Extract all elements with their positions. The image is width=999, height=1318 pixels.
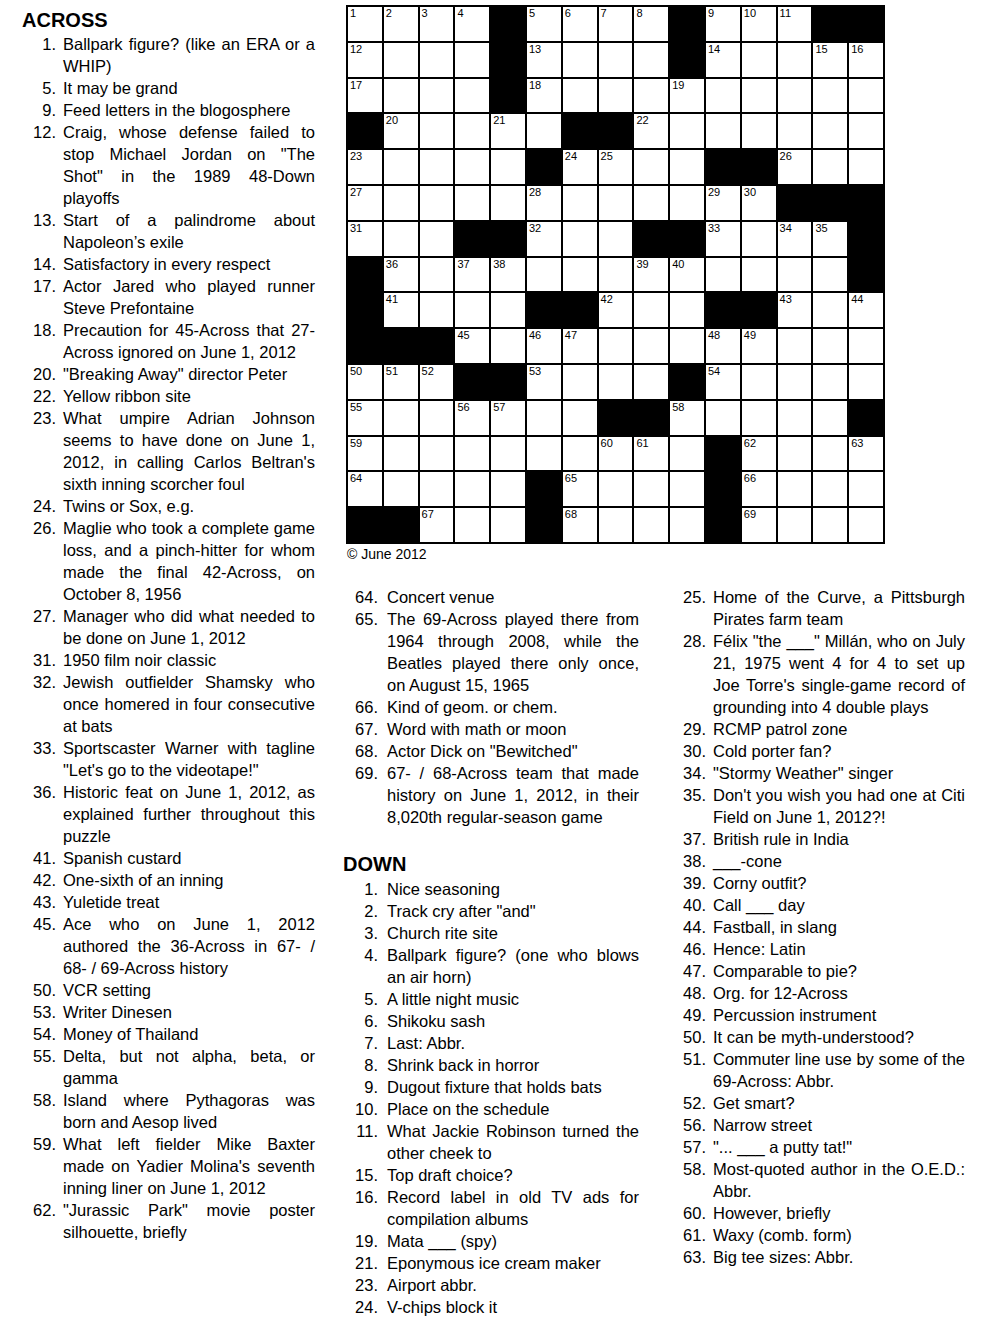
grid-cell[interactable] — [455, 293, 489, 327]
cell-number: 66 — [744, 472, 756, 485]
grid-cell[interactable]: 11 — [778, 7, 812, 41]
grid-cell[interactable] — [420, 43, 454, 77]
clue-item: 8.Shrink back in horror — [343, 1054, 641, 1076]
clue-number: 30. — [678, 740, 706, 762]
grid-cell[interactable] — [706, 401, 740, 435]
grid-cell[interactable] — [563, 437, 597, 471]
cell-number: 25 — [601, 150, 613, 163]
grid-cell[interactable] — [527, 401, 561, 435]
grid-cell[interactable] — [813, 150, 847, 184]
grid-cell[interactable] — [849, 114, 883, 148]
clue-item: 63.Big tee sizes: Abbr. — [678, 1246, 968, 1268]
black-cell — [670, 43, 704, 77]
grid-cell[interactable] — [599, 258, 633, 292]
clue-text: "Jurassic Park" movie poster silhouette,… — [63, 1199, 315, 1243]
clue-text: However, briefly — [713, 1202, 965, 1224]
grid-cell[interactable] — [670, 114, 704, 148]
grid-cell[interactable] — [455, 508, 489, 542]
grid-cell[interactable]: 41 — [384, 293, 418, 327]
grid-cell[interactable] — [813, 114, 847, 148]
cell-number: 56 — [457, 401, 469, 414]
grid-cell[interactable] — [778, 437, 812, 471]
grid-cell[interactable]: 10 — [742, 7, 776, 41]
grid-cell[interactable] — [420, 437, 454, 471]
grid-cell[interactable]: 17 — [348, 79, 382, 113]
grid-cell[interactable] — [420, 258, 454, 292]
clue-item: 26.Maglie who took a complete game loss,… — [22, 517, 318, 605]
clue-item: 3.Church rite site — [343, 922, 641, 944]
grid-cell[interactable] — [599, 79, 633, 113]
cell-number: 54 — [708, 365, 720, 378]
grid-cell[interactable] — [420, 114, 454, 148]
grid-cell[interactable] — [813, 365, 847, 399]
grid-cell[interactable] — [849, 365, 883, 399]
grid-cell[interactable]: 34 — [778, 222, 812, 256]
clue-text: Church rite site — [387, 922, 639, 944]
clue-number: 22. — [22, 385, 56, 407]
clue-item: 58.Most-quoted author in the O.E.D.: Abb… — [678, 1158, 968, 1202]
clue-number: 6. — [343, 1010, 378, 1032]
grid-cell[interactable] — [420, 222, 454, 256]
grid-cell[interactable] — [491, 150, 525, 184]
grid-cell[interactable]: 56 — [455, 401, 489, 435]
grid-cell[interactable] — [670, 293, 704, 327]
grid-cell[interactable] — [384, 186, 418, 220]
black-cell — [527, 472, 561, 506]
grid-cell[interactable] — [813, 437, 847, 471]
clue-number: 50. — [22, 979, 56, 1001]
grid-cell[interactable]: 63 — [849, 437, 883, 471]
cell-number: 6 — [565, 7, 571, 20]
clue-text: The 69-Across played there from 1964 thr… — [387, 608, 639, 696]
clue-number: 8. — [343, 1054, 378, 1076]
grid-cell[interactable]: 47 — [563, 329, 597, 363]
grid-cell[interactable] — [491, 508, 525, 542]
grid-cell[interactable] — [420, 472, 454, 506]
clue-text: Start of a palindrome about Napoleon’s e… — [63, 209, 315, 253]
grid-cell[interactable] — [778, 114, 812, 148]
clue-number: 40. — [678, 894, 706, 916]
grid-cell[interactable]: 37 — [455, 258, 489, 292]
grid-cell[interactable]: 20 — [384, 114, 418, 148]
grid-cell[interactable]: 38 — [491, 258, 525, 292]
grid-cell[interactable] — [742, 401, 776, 435]
grid-cell[interactable] — [384, 150, 418, 184]
cell-number: 30 — [744, 186, 756, 199]
grid-cell[interactable] — [634, 43, 668, 77]
grid-cell[interactable] — [849, 329, 883, 363]
grid-cell[interactable] — [599, 43, 633, 77]
grid-cell[interactable]: 28 — [527, 186, 561, 220]
black-cell — [634, 222, 668, 256]
grid-cell[interactable]: 8 — [634, 7, 668, 41]
black-cell — [348, 329, 382, 363]
grid-cell[interactable] — [384, 222, 418, 256]
grid-cell[interactable]: 46 — [527, 329, 561, 363]
grid-cell[interactable] — [813, 401, 847, 435]
grid-cell[interactable]: 30 — [742, 186, 776, 220]
grid-cell[interactable]: 57 — [491, 401, 525, 435]
grid-cell[interactable]: 35 — [813, 222, 847, 256]
clue-text: Actor Dick on "Bewitched" — [387, 740, 639, 762]
grid-cell[interactable] — [634, 293, 668, 327]
grid-cell[interactable] — [706, 258, 740, 292]
grid-cell[interactable] — [455, 437, 489, 471]
grid-cell[interactable] — [384, 43, 418, 77]
clue-text: Feed letters in the blogosphere — [63, 99, 315, 121]
grid-cell[interactable]: 64 — [348, 472, 382, 506]
clue-text: What left fielder Mike Baxter made on Ya… — [63, 1133, 315, 1199]
cell-number: 64 — [350, 472, 362, 485]
grid-cell[interactable] — [563, 222, 597, 256]
grid-cell[interactable] — [670, 508, 704, 542]
grid-cell[interactable] — [742, 79, 776, 113]
clue-number: 34. — [678, 762, 706, 784]
clue-item: 23.Airport abbr. — [343, 1274, 641, 1296]
grid-cell[interactable] — [384, 401, 418, 435]
clue-text: Top draft choice? — [387, 1164, 639, 1186]
grid-cell[interactable] — [778, 401, 812, 435]
clue-text: It can be myth-understood? — [713, 1026, 965, 1048]
cell-number: 3 — [422, 7, 428, 20]
grid-cell[interactable]: 40 — [670, 258, 704, 292]
grid-cell[interactable]: 7 — [599, 7, 633, 41]
clue-text: Nice seasoning — [387, 878, 639, 900]
grid-cell[interactable] — [813, 293, 847, 327]
grid-cell[interactable] — [634, 186, 668, 220]
clue-text: Félix "the ___" Millán, who on July 21, … — [713, 630, 965, 718]
clue-text: Big tee sizes: Abbr. — [713, 1246, 965, 1268]
grid-cell[interactable]: 60 — [599, 437, 633, 471]
grid-cell[interactable]: 29 — [706, 186, 740, 220]
clue-text: A little night music — [387, 988, 639, 1010]
grid-cell[interactable]: 69 — [742, 508, 776, 542]
grid-cell[interactable] — [849, 472, 883, 506]
middle-clues-column: 64.Concert venue65.The 69-Across played … — [343, 586, 641, 1318]
clue-text: Get smart? — [713, 1092, 965, 1114]
grid-cell[interactable] — [599, 472, 633, 506]
clue-item: 40.Call ___ day — [678, 894, 968, 916]
grid-cell[interactable] — [599, 365, 633, 399]
clue-text: Eponymous ice cream maker — [387, 1252, 639, 1274]
clue-number: 45. — [22, 913, 56, 979]
clue-item: 27.Manager who did what needed to be don… — [22, 605, 318, 649]
clue-text: Shrink back in horror — [387, 1054, 639, 1076]
clue-text: Call ___ day — [713, 894, 965, 916]
grid-cell[interactable]: 53 — [527, 365, 561, 399]
clue-number: 5. — [22, 77, 56, 99]
grid-cell[interactable]: 66 — [742, 472, 776, 506]
grid-cell[interactable] — [670, 437, 704, 471]
cell-number: 43 — [780, 293, 792, 306]
grid-cell[interactable]: 16 — [849, 43, 883, 77]
grid-cell[interactable] — [813, 472, 847, 506]
grid-cell[interactable] — [563, 43, 597, 77]
grid-cell[interactable] — [742, 258, 776, 292]
grid-cell[interactable]: 12 — [348, 43, 382, 77]
grid-cell[interactable] — [670, 329, 704, 363]
clue-item: 29.RCMP patrol zone — [678, 718, 968, 740]
grid-cell[interactable] — [491, 329, 525, 363]
grid-cell[interactable] — [563, 258, 597, 292]
grid-cell[interactable]: 27 — [348, 186, 382, 220]
cell-number: 14 — [708, 43, 720, 56]
grid-cell[interactable]: 65 — [563, 472, 597, 506]
grid-cell[interactable]: 39 — [634, 258, 668, 292]
black-cell — [670, 365, 704, 399]
grid-cell[interactable] — [599, 508, 633, 542]
grid-cell[interactable]: 68 — [563, 508, 597, 542]
grid-cell[interactable]: 45 — [455, 329, 489, 363]
grid-cell[interactable]: 22 — [634, 114, 668, 148]
grid-cell[interactable] — [778, 329, 812, 363]
grid-cell[interactable] — [455, 186, 489, 220]
grid-cell[interactable]: 33 — [706, 222, 740, 256]
grid-cell[interactable]: 61 — [634, 437, 668, 471]
cell-number: 2 — [386, 7, 392, 20]
grid-cell[interactable] — [813, 508, 847, 542]
grid-cell[interactable] — [527, 114, 561, 148]
grid-cell[interactable]: 51 — [384, 365, 418, 399]
cell-number: 16 — [851, 43, 863, 56]
cell-number: 61 — [636, 437, 648, 450]
grid-cell[interactable]: 19 — [670, 79, 704, 113]
clue-number: 23. — [343, 1274, 378, 1296]
clue-text: Ballpark figure? (one who blows an air h… — [387, 944, 639, 988]
grid-cell[interactable] — [384, 79, 418, 113]
grid-cell[interactable] — [778, 43, 812, 77]
black-cell — [527, 508, 561, 542]
clue-item: 51.Commuter line use by some of the 69-A… — [678, 1048, 968, 1092]
clue-text: Fastball, in slang — [713, 916, 965, 938]
grid-cell[interactable]: 44 — [849, 293, 883, 327]
clue-number: 10. — [343, 1098, 378, 1120]
clue-item: 28.Félix "the ___" Millán, who on July 2… — [678, 630, 968, 718]
grid-cell[interactable] — [849, 508, 883, 542]
grid-cell[interactable]: 42 — [599, 293, 633, 327]
grid-cell[interactable]: 59 — [348, 437, 382, 471]
down-clues-column: 25.Home of the Curve, a Pittsburgh Pirat… — [678, 586, 968, 1268]
clue-text: Historic feat on June 1, 2012, as explai… — [63, 781, 315, 847]
grid-cell[interactable]: 49 — [742, 329, 776, 363]
cell-number: 12 — [350, 43, 362, 56]
grid-cell[interactable] — [491, 293, 525, 327]
clue-text: Ballpark figure? (like an ERA or a WHIP) — [63, 33, 315, 77]
clue-item: 10.Place on the schedule — [343, 1098, 641, 1120]
clue-text: Yuletide treat — [63, 891, 315, 913]
cell-number: 4 — [457, 7, 463, 20]
black-cell — [491, 43, 525, 77]
grid-cell[interactable]: 23 — [348, 150, 382, 184]
grid-cell[interactable] — [420, 293, 454, 327]
cell-number: 60 — [601, 437, 613, 450]
grid-cell[interactable] — [599, 186, 633, 220]
grid-cell[interactable] — [706, 79, 740, 113]
clue-item: 60.However, briefly — [678, 1202, 968, 1224]
grid-cell[interactable] — [742, 365, 776, 399]
grid-cell[interactable]: 1 — [348, 7, 382, 41]
grid-cell[interactable]: 32 — [527, 222, 561, 256]
grid-cell[interactable]: 21 — [491, 114, 525, 148]
grid-cell[interactable] — [420, 79, 454, 113]
cell-number: 20 — [386, 114, 398, 127]
clue-item: 32.Jewish outfielder Shamsky who once ho… — [22, 671, 318, 737]
grid-cell[interactable] — [634, 79, 668, 113]
cell-number: 18 — [529, 79, 541, 92]
grid-cell[interactable]: 50 — [348, 365, 382, 399]
grid-cell[interactable] — [778, 472, 812, 506]
grid-cell[interactable]: 24 — [563, 150, 597, 184]
grid-cell[interactable]: 13 — [527, 43, 561, 77]
grid-cell[interactable] — [455, 43, 489, 77]
grid-cell[interactable]: 5 — [527, 7, 561, 41]
cell-number: 10 — [744, 7, 756, 20]
clue-text: Don't you wish you had one at Citi Field… — [713, 784, 965, 828]
grid-cell[interactable] — [563, 186, 597, 220]
grid-cell[interactable]: 62 — [742, 437, 776, 471]
grid-cell[interactable]: 25 — [599, 150, 633, 184]
clue-text: What Jackie Robinson turned the other ch… — [387, 1120, 639, 1164]
grid-cell[interactable] — [849, 79, 883, 113]
cell-number: 48 — [708, 329, 720, 342]
grid-cell[interactable] — [563, 401, 597, 435]
clue-text: RCMP patrol zone — [713, 718, 965, 740]
cell-number: 40 — [672, 258, 684, 271]
grid-cell[interactable]: 54 — [706, 365, 740, 399]
grid-cell[interactable]: 4 — [455, 7, 489, 41]
grid-cell[interactable] — [742, 43, 776, 77]
grid-cell[interactable]: 31 — [348, 222, 382, 256]
grid-cell[interactable]: 58 — [670, 401, 704, 435]
cell-number: 34 — [780, 222, 792, 235]
clue-item: 45.Ace who on June 1, 2012 authored the … — [22, 913, 318, 979]
clue-number: 43. — [22, 891, 56, 913]
clue-number: 37. — [678, 828, 706, 850]
clue-text: Sportscaster Warner with tagline "Let's … — [63, 737, 315, 781]
grid-cell[interactable] — [599, 222, 633, 256]
clue-text: "... ___ a putty tat!" — [713, 1136, 965, 1158]
grid-cell[interactable]: 2 — [384, 7, 418, 41]
grid-cell[interactable] — [849, 150, 883, 184]
grid-cell[interactable] — [813, 258, 847, 292]
grid-cell[interactable] — [634, 472, 668, 506]
grid-cell[interactable] — [384, 472, 418, 506]
grid-cell[interactable] — [742, 114, 776, 148]
grid-cell[interactable] — [778, 79, 812, 113]
black-cell — [670, 222, 704, 256]
clue-text: VCR setting — [63, 979, 315, 1001]
grid-cell[interactable] — [778, 365, 812, 399]
grid-cell[interactable] — [384, 437, 418, 471]
clue-number: 51. — [678, 1048, 706, 1092]
cell-number: 28 — [529, 186, 541, 199]
clue-text: Manager who did what needed to be done o… — [63, 605, 315, 649]
clue-number: 32. — [22, 671, 56, 737]
grid-cell[interactable] — [670, 186, 704, 220]
across-header: ACROSS — [22, 8, 318, 32]
grid-cell[interactable]: 43 — [778, 293, 812, 327]
cell-number: 58 — [672, 401, 684, 414]
grid-cell[interactable] — [706, 114, 740, 148]
grid-cell[interactable] — [420, 150, 454, 184]
grid-cell[interactable]: 6 — [563, 7, 597, 41]
grid-cell[interactable] — [813, 79, 847, 113]
cell-number: 69 — [744, 508, 756, 521]
grid-cell[interactable] — [634, 508, 668, 542]
grid-cell[interactable]: 3 — [420, 7, 454, 41]
clue-item: 25.Home of the Curve, a Pittsburgh Pirat… — [678, 586, 968, 630]
grid-cell[interactable]: 15 — [813, 43, 847, 77]
clue-number: 7. — [343, 1032, 378, 1054]
grid-cell[interactable] — [455, 114, 489, 148]
clue-item: 55.Delta, but not alpha, beta, or gamma — [22, 1045, 318, 1089]
grid-cell[interactable]: 18 — [527, 79, 561, 113]
grid-cell[interactable] — [634, 150, 668, 184]
grid-cell[interactable] — [527, 258, 561, 292]
clue-item: 33.Sportscaster Warner with tagline "Let… — [22, 737, 318, 781]
grid-cell[interactable] — [420, 186, 454, 220]
grid-cell[interactable]: 55 — [348, 401, 382, 435]
grid-cell[interactable] — [599, 329, 633, 363]
clue-number: 25. — [678, 586, 706, 630]
grid-cell[interactable]: 14 — [706, 43, 740, 77]
grid-cell[interactable] — [455, 150, 489, 184]
grid-cell[interactable] — [455, 472, 489, 506]
grid-cell[interactable]: 9 — [706, 7, 740, 41]
grid-cell[interactable] — [527, 437, 561, 471]
clue-text: Waxy (comb. form) — [713, 1224, 965, 1246]
cell-number: 68 — [565, 508, 577, 521]
grid-cell[interactable] — [778, 258, 812, 292]
clue-number: 52. — [678, 1092, 706, 1114]
black-cell — [491, 365, 525, 399]
grid-cell[interactable] — [491, 186, 525, 220]
cell-number: 37 — [457, 258, 469, 271]
grid-cell[interactable]: 36 — [384, 258, 418, 292]
cell-number: 57 — [493, 401, 505, 414]
clue-text: Comparable to pie? — [713, 960, 965, 982]
cell-number: 23 — [350, 150, 362, 163]
grid-cell[interactable] — [813, 329, 847, 363]
grid-cell[interactable] — [420, 401, 454, 435]
grid-cell[interactable] — [742, 222, 776, 256]
grid-cell[interactable] — [563, 79, 597, 113]
grid-cell[interactable]: 26 — [778, 150, 812, 184]
black-cell — [527, 293, 561, 327]
clue-number: 2. — [343, 900, 378, 922]
grid-cell[interactable] — [491, 437, 525, 471]
clue-text: Maglie who took a complete game loss, an… — [63, 517, 315, 605]
grid-cell[interactable] — [670, 150, 704, 184]
clue-number: 9. — [343, 1076, 378, 1098]
grid-cell[interactable] — [670, 472, 704, 506]
grid-cell[interactable]: 52 — [420, 365, 454, 399]
grid-cell[interactable] — [563, 365, 597, 399]
clue-item: 18.Precaution for 45-Across that 27-Acro… — [22, 319, 318, 363]
cell-number: 19 — [672, 79, 684, 92]
grid-cell[interactable]: 48 — [706, 329, 740, 363]
grid-cell[interactable] — [634, 329, 668, 363]
cell-number: 9 — [708, 7, 714, 20]
clue-number: 19. — [343, 1230, 378, 1252]
grid-cell[interactable] — [634, 365, 668, 399]
grid-cell[interactable] — [491, 472, 525, 506]
grid-cell[interactable] — [778, 508, 812, 542]
grid-cell[interactable]: 67 — [420, 508, 454, 542]
clue-text: Percussion instrument — [713, 1004, 965, 1026]
grid-cell[interactable] — [455, 79, 489, 113]
clue-number: 54. — [22, 1023, 56, 1045]
